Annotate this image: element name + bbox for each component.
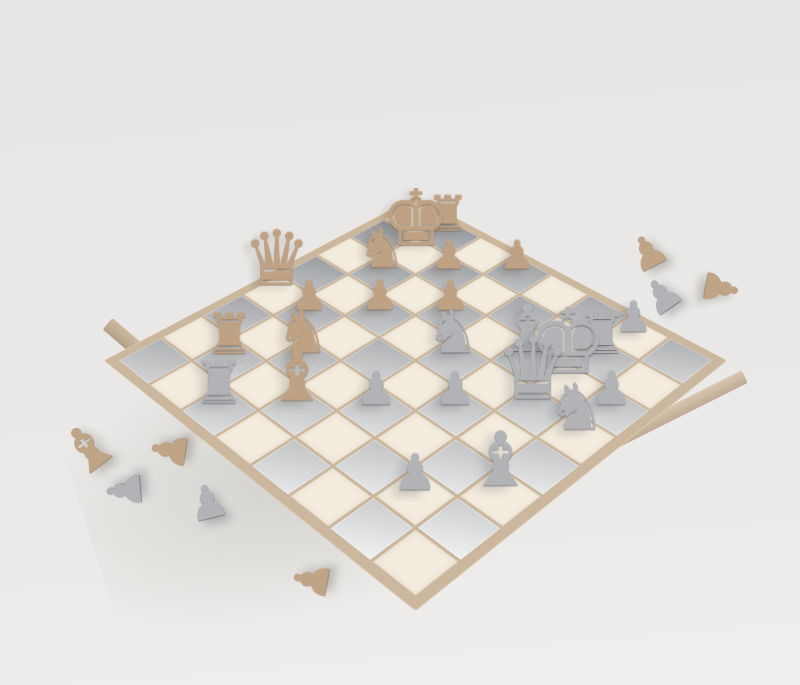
chess-product-photo: ♜♜♟♟♟♚♟♟♜♜♞♞♟♟♝♝♚♟♟♟♟♞♞♛♛♞♛♟♟♟♟♞♞♟♟♝♜♜♝♝… — [0, 0, 800, 685]
silver-piece-glyph[interactable]: ♟ — [313, 366, 439, 410]
wood-piece-glyph: ♟ — [241, 510, 380, 649]
wood-piece-glyph[interactable]: ♞ — [327, 222, 436, 274]
wood-piece-glyph: ♟ — [651, 218, 790, 357]
silver-piece-glyph[interactable]: ♟ — [347, 448, 484, 496]
